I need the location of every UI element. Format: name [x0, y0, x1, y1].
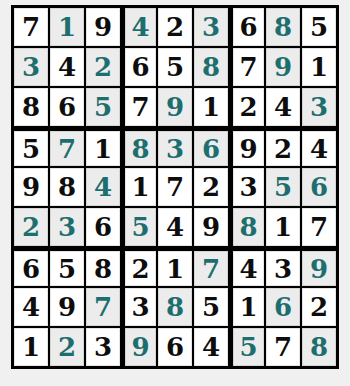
- cell-digit: 2: [131, 256, 149, 282]
- cell-digit: 2: [202, 174, 220, 200]
- cell-r7c3[interactable]: 8: [86, 248, 120, 286]
- cell-r3c6[interactable]: 1: [194, 88, 228, 126]
- cell-digit: 6: [94, 214, 112, 240]
- cell-digit: 1: [94, 136, 112, 162]
- cell-r2c2[interactable]: 4: [50, 48, 84, 86]
- cell-digit: 4: [310, 136, 328, 162]
- cell-r1c8[interactable]: 8: [266, 8, 300, 46]
- cell-r8c2[interactable]: 9: [50, 288, 84, 326]
- cell-r9c2[interactable]: 2: [50, 328, 84, 366]
- cell-digit: 2: [274, 136, 292, 162]
- cell-digit: 1: [239, 294, 257, 320]
- cell-r7c9[interactable]: 9: [302, 248, 336, 286]
- cell-r9c3[interactable]: 3: [86, 328, 120, 366]
- cell-r5c5[interactable]: 7: [158, 168, 192, 206]
- cell-r6c1[interactable]: 2: [14, 208, 48, 246]
- cell-digit: 1: [58, 14, 76, 40]
- cell-digit: 9: [22, 174, 40, 200]
- cell-r5c1[interactable]: 9: [14, 168, 48, 206]
- cell-digit: 9: [202, 214, 220, 240]
- cell-digit: 3: [94, 334, 112, 360]
- cell-digit: 9: [239, 136, 257, 162]
- cell-r3c8[interactable]: 4: [266, 88, 300, 126]
- cell-digit: 1: [310, 54, 328, 80]
- cell-digit: 5: [58, 256, 76, 282]
- cell-r7c4[interactable]: 2: [122, 248, 156, 286]
- cell-digit: 6: [202, 136, 220, 162]
- cell-digit: 8: [274, 14, 292, 40]
- cell-r2c9[interactable]: 1: [302, 48, 336, 86]
- cell-digit: 8: [166, 294, 184, 320]
- cell-r2c1[interactable]: 3: [14, 48, 48, 86]
- cell-digit: 4: [202, 334, 220, 360]
- cell-r4c3[interactable]: 1: [86, 128, 120, 166]
- cell-r1c6[interactable]: 3: [194, 8, 228, 46]
- cell-digit: 8: [239, 214, 257, 240]
- cell-digit: 6: [166, 334, 184, 360]
- cell-digit: 8: [58, 174, 76, 200]
- cell-digit: 6: [58, 94, 76, 120]
- cell-digit: 3: [22, 54, 40, 80]
- cell-r9c4[interactable]: 9: [122, 328, 156, 366]
- cell-r9c7[interactable]: 5: [230, 328, 264, 366]
- cell-digit: 3: [131, 294, 149, 320]
- page-background: 7194236853426587918657912435718369249841…: [0, 0, 350, 386]
- cell-digit: 4: [22, 294, 40, 320]
- cell-digit: 4: [131, 14, 149, 40]
- cell-digit: 3: [310, 94, 328, 120]
- cell-r8c6[interactable]: 5: [194, 288, 228, 326]
- cell-digit: 7: [131, 94, 149, 120]
- cell-digit: 7: [202, 256, 220, 282]
- cell-r8c1[interactable]: 4: [14, 288, 48, 326]
- cell-r3c4[interactable]: 7: [122, 88, 156, 126]
- cell-digit: 3: [274, 256, 292, 282]
- cell-r5c7[interactable]: 3: [230, 168, 264, 206]
- cell-r7c6[interactable]: 7: [194, 248, 228, 286]
- cell-digit: 2: [310, 294, 328, 320]
- cell-digit: 7: [239, 54, 257, 80]
- cell-r1c5[interactable]: 2: [158, 8, 192, 46]
- cell-digit: 4: [58, 54, 76, 80]
- cell-digit: 5: [22, 136, 40, 162]
- cell-r8c3[interactable]: 7: [86, 288, 120, 326]
- cell-r8c4[interactable]: 3: [122, 288, 156, 326]
- cell-r6c4[interactable]: 5: [122, 208, 156, 246]
- cell-r1c2[interactable]: 1: [50, 8, 84, 46]
- cell-digit: 3: [202, 14, 220, 40]
- cell-r4c9[interactable]: 4: [302, 128, 336, 166]
- cell-digit: 7: [58, 136, 76, 162]
- cell-r7c1[interactable]: 6: [14, 248, 48, 286]
- cell-r1c4[interactable]: 4: [122, 8, 156, 46]
- cell-r1c9[interactable]: 5: [302, 8, 336, 46]
- cell-digit: 7: [94, 294, 112, 320]
- cell-digit: 5: [94, 94, 112, 120]
- cell-digit: 2: [22, 214, 40, 240]
- cell-r6c6[interactable]: 9: [194, 208, 228, 246]
- cell-r5c2[interactable]: 8: [50, 168, 84, 206]
- cell-r6c9[interactable]: 7: [302, 208, 336, 246]
- cell-r5c9[interactable]: 6: [302, 168, 336, 206]
- cell-r2c8[interactable]: 9: [266, 48, 300, 86]
- cell-r6c2[interactable]: 3: [50, 208, 84, 246]
- cell-digit: 9: [310, 256, 328, 282]
- cell-digit: 3: [239, 174, 257, 200]
- cell-r8c8[interactable]: 6: [266, 288, 300, 326]
- cell-digit: 4: [239, 256, 257, 282]
- cell-r4c2[interactable]: 7: [50, 128, 84, 166]
- cell-digit: 2: [58, 334, 76, 360]
- cell-digit: 5: [166, 54, 184, 80]
- cell-digit: 8: [131, 136, 149, 162]
- cell-r4c8[interactable]: 2: [266, 128, 300, 166]
- cell-digit: 8: [22, 94, 40, 120]
- cell-r4c7[interactable]: 9: [230, 128, 264, 166]
- cell-r4c5[interactable]: 3: [158, 128, 192, 166]
- cell-r6c8[interactable]: 1: [266, 208, 300, 246]
- cell-r9c9[interactable]: 8: [302, 328, 336, 366]
- cell-r6c7[interactable]: 8: [230, 208, 264, 246]
- cell-r3c3[interactable]: 5: [86, 88, 120, 126]
- cell-digit: 9: [94, 14, 112, 40]
- cell-r7c7[interactable]: 4: [230, 248, 264, 286]
- cell-digit: 6: [310, 174, 328, 200]
- cell-r1c3[interactable]: 9: [86, 8, 120, 46]
- cell-r7c8[interactable]: 3: [266, 248, 300, 286]
- cell-r1c1[interactable]: 7: [14, 8, 48, 46]
- cell-digit: 1: [274, 214, 292, 240]
- cell-r5c6[interactable]: 2: [194, 168, 228, 206]
- cell-r9c1[interactable]: 1: [14, 328, 48, 366]
- cell-r4c6[interactable]: 6: [194, 128, 228, 166]
- cell-digit: 6: [131, 54, 149, 80]
- cell-digit: 2: [94, 54, 112, 80]
- cell-r6c5[interactable]: 4: [158, 208, 192, 246]
- cell-r2c7[interactable]: 7: [230, 48, 264, 86]
- cell-r3c9[interactable]: 3: [302, 88, 336, 126]
- cell-digit: 9: [58, 294, 76, 320]
- cell-r5c3[interactable]: 4: [86, 168, 120, 206]
- sudoku-board: 7194236853426587918657912435718369249841…: [11, 5, 339, 369]
- cell-digit: 5: [131, 214, 149, 240]
- cell-r8c7[interactable]: 1: [230, 288, 264, 326]
- cell-r7c2[interactable]: 5: [50, 248, 84, 286]
- cell-r4c4[interactable]: 8: [122, 128, 156, 166]
- cell-digit: 2: [166, 14, 184, 40]
- cell-digit: 3: [58, 214, 76, 240]
- cell-r9c6[interactable]: 4: [194, 328, 228, 366]
- cell-digit: 8: [310, 334, 328, 360]
- cell-digit: 4: [274, 94, 292, 120]
- cell-digit: 1: [22, 334, 40, 360]
- cell-r4c1[interactable]: 5: [14, 128, 48, 166]
- cell-digit: 5: [202, 294, 220, 320]
- cell-digit: 3: [166, 136, 184, 162]
- cell-digit: 7: [166, 174, 184, 200]
- cell-digit: 5: [274, 174, 292, 200]
- cell-r6c3[interactable]: 6: [86, 208, 120, 246]
- cell-digit: 2: [239, 94, 257, 120]
- cell-digit: 7: [274, 334, 292, 360]
- cell-digit: 7: [310, 214, 328, 240]
- cell-r7c5[interactable]: 1: [158, 248, 192, 286]
- cell-r2c5[interactable]: 5: [158, 48, 192, 86]
- cell-digit: 1: [202, 94, 220, 120]
- cell-digit: 7: [22, 14, 40, 40]
- cell-digit: 6: [22, 256, 40, 282]
- cell-digit: 6: [274, 294, 292, 320]
- cell-digit: 1: [131, 174, 149, 200]
- cell-digit: 4: [94, 174, 112, 200]
- cell-r8c9[interactable]: 2: [302, 288, 336, 326]
- cell-r3c1[interactable]: 8: [14, 88, 48, 126]
- cell-digit: 9: [166, 94, 184, 120]
- cell-r3c2[interactable]: 6: [50, 88, 84, 126]
- cell-r1c7[interactable]: 6: [230, 8, 264, 46]
- cell-digit: 8: [202, 54, 220, 80]
- cell-r8c5[interactable]: 8: [158, 288, 192, 326]
- cell-digit: 9: [274, 54, 292, 80]
- cell-r9c8[interactable]: 7: [266, 328, 300, 366]
- cell-digit: 8: [94, 256, 112, 282]
- cell-r3c7[interactable]: 2: [230, 88, 264, 126]
- cell-r2c4[interactable]: 6: [122, 48, 156, 86]
- cell-r5c4[interactable]: 1: [122, 168, 156, 206]
- cell-r9c5[interactable]: 6: [158, 328, 192, 366]
- cell-digit: 6: [239, 14, 257, 40]
- cell-digit: 5: [239, 334, 257, 360]
- cell-digit: 4: [166, 214, 184, 240]
- cell-r5c8[interactable]: 5: [266, 168, 300, 206]
- cell-digit: 1: [166, 256, 184, 282]
- cell-digit: 9: [131, 334, 149, 360]
- cell-r3c5[interactable]: 9: [158, 88, 192, 126]
- cell-r2c3[interactable]: 2: [86, 48, 120, 86]
- cell-digit: 5: [310, 14, 328, 40]
- cell-r2c6[interactable]: 8: [194, 48, 228, 86]
